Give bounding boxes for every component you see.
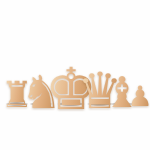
pawn-piece: ♟ [127, 83, 150, 111]
chess-pieces-photo: ♜ ♞ ♚ ♛ ♝ ♟ [0, 0, 150, 150]
